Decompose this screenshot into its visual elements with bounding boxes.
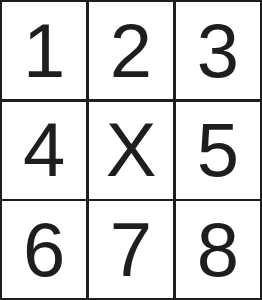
cell-r1c1-blank[interactable]: X — [89, 102, 173, 199]
cell-r2c1-tile-7[interactable]: 7 — [89, 201, 173, 298]
puzzle-board: 1 2 3 4 X 5 6 7 8 — [0, 0, 262, 300]
cell-r2c0-tile-6[interactable]: 6 — [2, 201, 86, 298]
cell-r0c1-tile-2[interactable]: 2 — [89, 2, 173, 99]
cell-r2c2-tile-8[interactable]: 8 — [176, 201, 260, 298]
cell-r1c2-tile-5[interactable]: 5 — [176, 102, 260, 199]
cell-r0c2-tile-3[interactable]: 3 — [176, 2, 260, 99]
cell-r1c0-tile-4[interactable]: 4 — [2, 102, 86, 199]
cell-r0c0-tile-1[interactable]: 1 — [2, 2, 86, 99]
